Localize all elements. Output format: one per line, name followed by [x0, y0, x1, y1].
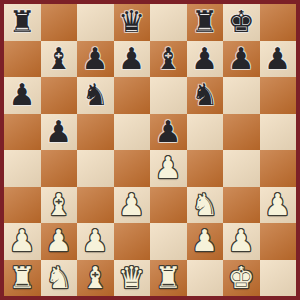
square-a5[interactable] — [4, 114, 41, 151]
square-g8[interactable]: ♚ — [223, 4, 260, 41]
white-rook[interactable]: ♜ — [9, 260, 36, 297]
square-b3[interactable]: ♝ — [41, 187, 78, 224]
square-h7[interactable]: ♟ — [260, 41, 297, 78]
square-g3[interactable] — [223, 187, 260, 224]
square-d2[interactable] — [114, 223, 151, 260]
square-h8[interactable] — [260, 4, 297, 41]
square-d5[interactable] — [114, 114, 151, 151]
white-bishop[interactable]: ♝ — [45, 187, 72, 224]
square-e6[interactable] — [150, 77, 187, 114]
square-b6[interactable] — [41, 77, 78, 114]
white-pawn[interactable]: ♟ — [155, 150, 182, 187]
square-g2[interactable]: ♟ — [223, 223, 260, 260]
black-pawn[interactable]: ♟ — [264, 41, 291, 78]
white-bishop[interactable]: ♝ — [82, 260, 109, 297]
square-f1[interactable] — [187, 260, 224, 297]
square-f7[interactable]: ♟ — [187, 41, 224, 78]
square-e8[interactable] — [150, 4, 187, 41]
black-rook[interactable]: ♜ — [9, 4, 36, 41]
white-pawn[interactable]: ♟ — [191, 223, 218, 260]
square-c3[interactable] — [77, 187, 114, 224]
white-king[interactable]: ♚ — [228, 260, 255, 297]
square-b2[interactable]: ♟ — [41, 223, 78, 260]
white-pawn[interactable]: ♟ — [9, 223, 36, 260]
white-queen[interactable]: ♛ — [118, 260, 145, 297]
square-h5[interactable] — [260, 114, 297, 151]
square-g7[interactable]: ♟ — [223, 41, 260, 78]
white-pawn[interactable]: ♟ — [82, 223, 109, 260]
square-d7[interactable]: ♟ — [114, 41, 151, 78]
square-c2[interactable]: ♟ — [77, 223, 114, 260]
square-c7[interactable]: ♟ — [77, 41, 114, 78]
white-rook[interactable]: ♜ — [155, 260, 182, 297]
square-f5[interactable] — [187, 114, 224, 151]
square-h4[interactable] — [260, 150, 297, 187]
square-f2[interactable]: ♟ — [187, 223, 224, 260]
white-pawn[interactable]: ♟ — [228, 223, 255, 260]
white-pawn[interactable]: ♟ — [264, 187, 291, 224]
white-knight[interactable]: ♞ — [191, 187, 218, 224]
square-d6[interactable] — [114, 77, 151, 114]
square-b1[interactable]: ♞ — [41, 260, 78, 297]
black-pawn[interactable]: ♟ — [45, 114, 72, 151]
board-frame: ♜♛♜♚♝♟♟♝♟♟♟♟♞♞♟♟♟♝♟♞♟♟♟♟♟♟♜♞♝♛♜♚ — [0, 0, 300, 300]
square-b4[interactable] — [41, 150, 78, 187]
square-c4[interactable] — [77, 150, 114, 187]
square-a3[interactable] — [4, 187, 41, 224]
black-queen[interactable]: ♛ — [118, 4, 145, 41]
chess-board: ♜♛♜♚♝♟♟♝♟♟♟♟♞♞♟♟♟♝♟♞♟♟♟♟♟♟♜♞♝♛♜♚ — [4, 4, 296, 296]
black-bishop[interactable]: ♝ — [155, 41, 182, 78]
black-pawn[interactable]: ♟ — [118, 41, 145, 78]
square-c8[interactable] — [77, 4, 114, 41]
square-h3[interactable]: ♟ — [260, 187, 297, 224]
black-knight[interactable]: ♞ — [82, 77, 109, 114]
square-d3[interactable]: ♟ — [114, 187, 151, 224]
square-f8[interactable]: ♜ — [187, 4, 224, 41]
black-rook[interactable]: ♜ — [191, 4, 218, 41]
square-e3[interactable] — [150, 187, 187, 224]
square-c6[interactable]: ♞ — [77, 77, 114, 114]
white-pawn[interactable]: ♟ — [45, 223, 72, 260]
square-h1[interactable] — [260, 260, 297, 297]
square-c5[interactable] — [77, 114, 114, 151]
black-pawn[interactable]: ♟ — [155, 114, 182, 151]
square-a8[interactable]: ♜ — [4, 4, 41, 41]
square-h2[interactable] — [260, 223, 297, 260]
square-f4[interactable] — [187, 150, 224, 187]
square-g6[interactable] — [223, 77, 260, 114]
white-knight[interactable]: ♞ — [45, 260, 72, 297]
square-f3[interactable]: ♞ — [187, 187, 224, 224]
square-a2[interactable]: ♟ — [4, 223, 41, 260]
black-pawn[interactable]: ♟ — [82, 41, 109, 78]
square-e4[interactable]: ♟ — [150, 150, 187, 187]
square-a4[interactable] — [4, 150, 41, 187]
square-b7[interactable]: ♝ — [41, 41, 78, 78]
square-h6[interactable] — [260, 77, 297, 114]
square-e1[interactable]: ♜ — [150, 260, 187, 297]
square-g5[interactable] — [223, 114, 260, 151]
white-pawn[interactable]: ♟ — [118, 187, 145, 224]
black-knight[interactable]: ♞ — [191, 77, 218, 114]
square-f6[interactable]: ♞ — [187, 77, 224, 114]
square-d4[interactable] — [114, 150, 151, 187]
square-b8[interactable] — [41, 4, 78, 41]
square-e7[interactable]: ♝ — [150, 41, 187, 78]
black-king[interactable]: ♚ — [228, 4, 255, 41]
square-a1[interactable]: ♜ — [4, 260, 41, 297]
black-pawn[interactable]: ♟ — [228, 41, 255, 78]
square-b5[interactable]: ♟ — [41, 114, 78, 151]
black-pawn[interactable]: ♟ — [191, 41, 218, 78]
square-d8[interactable]: ♛ — [114, 4, 151, 41]
square-c1[interactable]: ♝ — [77, 260, 114, 297]
square-g4[interactable] — [223, 150, 260, 187]
black-bishop[interactable]: ♝ — [45, 41, 72, 78]
square-d1[interactable]: ♛ — [114, 260, 151, 297]
square-g1[interactable]: ♚ — [223, 260, 260, 297]
square-a7[interactable] — [4, 41, 41, 78]
square-e2[interactable] — [150, 223, 187, 260]
black-pawn[interactable]: ♟ — [9, 77, 36, 114]
square-e5[interactable]: ♟ — [150, 114, 187, 151]
square-a6[interactable]: ♟ — [4, 77, 41, 114]
